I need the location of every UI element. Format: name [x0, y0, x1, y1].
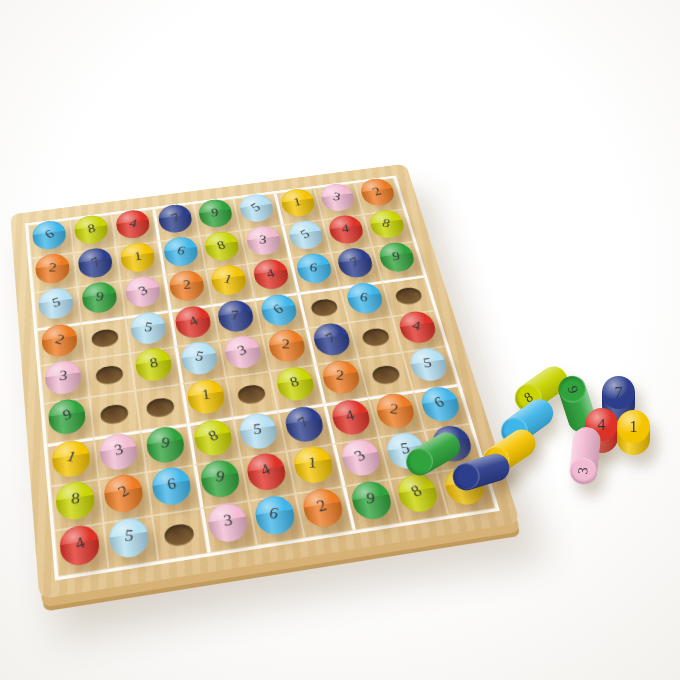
empty-hole[interactable] — [100, 403, 130, 426]
peg-number: 2 — [182, 278, 191, 291]
peg-number: 2 — [370, 185, 383, 198]
peg-number: 8 — [288, 375, 301, 390]
board-cell-r4c2[interactable] — [81, 316, 130, 359]
peg-8[interactable]: 8 — [192, 418, 234, 455]
peg-6[interactable]: 6 — [259, 293, 299, 325]
peg-2[interactable]: 2 — [358, 177, 396, 205]
loose-peg-1[interactable]: 1 — [617, 410, 650, 443]
board-cell-r6c3[interactable] — [135, 385, 187, 431]
peg-number: 4 — [265, 266, 277, 280]
empty-hole[interactable] — [370, 364, 401, 386]
peg-number: 7 — [347, 255, 361, 269]
peg-number: 2 — [336, 368, 345, 382]
peg-number: 8 — [86, 222, 96, 235]
peg-number: 2 — [390, 402, 400, 417]
peg-6[interactable]: 6 — [294, 252, 333, 283]
peg-7[interactable]: 7 — [216, 299, 255, 332]
peg-number: 3 — [236, 343, 249, 358]
peg-8[interactable]: 8 — [74, 214, 110, 244]
peg-number: 4 — [344, 408, 357, 424]
peg-1[interactable]: 1 — [51, 438, 91, 476]
peg-number: 5 — [249, 201, 263, 214]
board-cell-r5c2[interactable] — [85, 353, 135, 398]
peg-3[interactable]: 3 — [244, 225, 282, 255]
peg-number: 9 — [61, 407, 73, 423]
peg-7[interactable]: 7 — [77, 247, 113, 278]
peg-number: 2 — [315, 497, 329, 515]
peg-number: 3 — [352, 447, 369, 464]
board-cell-r2c9[interactable]: 8 — [363, 209, 413, 247]
board-cell-r3c4[interactable]: 2 — [163, 270, 212, 311]
empty-hole[interactable] — [145, 396, 175, 419]
board-cell-r9c1[interactable]: 4 — [54, 523, 108, 577]
peg-number: 4 — [73, 534, 87, 552]
peg-2[interactable]: 2 — [266, 328, 307, 362]
board-cell-r3c3[interactable]: 3 — [120, 275, 168, 316]
peg-number: 5 — [422, 356, 433, 370]
peg-3[interactable]: 3 — [222, 334, 262, 368]
peg-6[interactable]: 6 — [253, 493, 297, 533]
peg-5[interactable]: 5 — [129, 311, 167, 344]
peg-3[interactable]: 3 — [206, 500, 250, 541]
peg-1[interactable]: 1 — [209, 263, 247, 294]
board-cell-r4c4[interactable]: 4 — [168, 304, 218, 346]
peg-4[interactable]: 4 — [59, 523, 101, 564]
peg-number: 6 — [268, 504, 281, 521]
peg-number: 7 — [88, 255, 102, 269]
board-grid: 6847951322716835485932146792547663853274… — [25, 175, 500, 580]
board-cell-r5c9[interactable]: 4 — [392, 310, 446, 353]
peg-1[interactable]: 1 — [186, 377, 227, 413]
peg-number: 3 — [222, 512, 233, 529]
peg-number: 6 — [309, 261, 318, 274]
board-cell-r2c5[interactable]: 8 — [199, 231, 247, 270]
empty-hole[interactable] — [236, 383, 267, 405]
peg-number: 3 — [576, 467, 591, 475]
peg-4[interactable]: 4 — [329, 398, 372, 434]
empty-hole[interactable] — [91, 328, 120, 349]
peg-number: 4 — [340, 222, 350, 234]
peg-number: 9 — [211, 207, 219, 219]
peg-4[interactable]: 4 — [115, 209, 151, 238]
peg-5[interactable]: 5 — [38, 286, 75, 318]
peg-number: 9 — [565, 384, 580, 395]
peg-8[interactable]: 8 — [274, 365, 316, 400]
peg-2[interactable]: 2 — [300, 486, 345, 526]
board-cell-r9c4[interactable]: 3 — [200, 501, 256, 553]
peg-3[interactable]: 3 — [44, 359, 82, 394]
peg-3[interactable]: 3 — [338, 437, 382, 475]
peg-number: 5 — [253, 422, 262, 437]
peg-number: 9 — [366, 490, 375, 506]
peg-2[interactable]: 2 — [320, 358, 362, 393]
product-photo-stage: 6847951322716835485932146792547663853274… — [0, 0, 680, 680]
board-cell-r7c3[interactable]: 9 — [140, 424, 193, 472]
board-cell-r9c3[interactable] — [152, 509, 207, 562]
peg-number: 6 — [359, 290, 369, 304]
peg-9[interactable]: 9 — [48, 397, 87, 433]
peg-number: 6 — [432, 395, 447, 411]
peg-number: 8 — [408, 483, 425, 500]
peg-number: 8 — [148, 356, 158, 371]
board-cell-r5c5[interactable]: 3 — [218, 334, 270, 378]
peg-number: 4 — [411, 319, 422, 333]
peg-2[interactable]: 2 — [103, 472, 145, 511]
loose-peg-7[interactable]: 7 — [602, 376, 635, 409]
peg-9[interactable]: 9 — [197, 198, 234, 227]
peg-number: 8 — [216, 238, 228, 251]
board-cell-r6c9[interactable]: 5 — [402, 347, 457, 391]
peg-number: 9 — [214, 469, 226, 486]
peg-number: 9 — [160, 435, 171, 451]
empty-hole[interactable] — [163, 522, 195, 548]
peg-number: 7 — [169, 211, 182, 224]
peg-number: 4 — [598, 417, 606, 433]
peg-number: 4 — [128, 217, 138, 229]
peg-1[interactable]: 1 — [119, 241, 156, 272]
peg-5[interactable]: 5 — [179, 340, 219, 374]
peg-6[interactable]: 6 — [150, 465, 192, 504]
peg-1[interactable]: 1 — [279, 188, 317, 217]
peg-number: 3 — [259, 234, 267, 246]
board-cell-r3c9[interactable]: 9 — [372, 241, 423, 280]
board-cell-r4c9[interactable] — [382, 275, 435, 316]
board-cell-r8c3[interactable]: 6 — [146, 465, 200, 515]
peg-number: 1 — [64, 449, 78, 466]
peg-number: 5 — [298, 227, 312, 240]
peg-number: 7 — [295, 415, 312, 431]
peg-number: 3 — [332, 191, 342, 203]
board-cell-r4c1[interactable]: 2 — [37, 322, 85, 365]
peg-5[interactable]: 5 — [406, 346, 449, 380]
board-cell-r7c5[interactable]: 5 — [233, 411, 287, 459]
peg-number: 6 — [175, 244, 186, 257]
loose-peg-body: 3 — [568, 426, 602, 487]
loose-peg-body: 1 — [617, 410, 650, 443]
board-cell-r5c1[interactable]: 3 — [40, 359, 89, 404]
board-cell-r9c2[interactable]: 5 — [103, 516, 158, 569]
peg-9[interactable]: 9 — [81, 281, 118, 313]
peg-number: 5 — [193, 349, 204, 364]
peg-number: 1 — [308, 455, 317, 470]
peg-number: 2 — [115, 483, 131, 500]
board-cell-r7c4[interactable]: 8 — [187, 417, 241, 465]
board-cell-r6c2[interactable] — [89, 391, 140, 438]
peg-number: 4 — [186, 313, 200, 328]
peg-7[interactable]: 7 — [157, 203, 193, 232]
peg-2[interactable]: 2 — [373, 391, 417, 427]
board-cell-r3c2[interactable]: 9 — [77, 281, 125, 322]
peg-8[interactable]: 8 — [203, 230, 241, 260]
peg-number: 1 — [133, 250, 143, 263]
board-cell-r5c4[interactable]: 5 — [174, 340, 225, 384]
peg-number: 1 — [201, 388, 211, 403]
peg-number: 5 — [143, 320, 154, 334]
peg-4[interactable]: 4 — [245, 451, 288, 490]
board-cell-r6c5[interactable] — [225, 372, 278, 418]
peg-number: 2 — [282, 338, 290, 352]
board-cell-r5c3[interactable]: 8 — [130, 347, 181, 391]
peg-6[interactable]: 6 — [32, 219, 67, 249]
peg-number: 2 — [48, 261, 57, 273]
peg-number: 7 — [231, 308, 239, 321]
board-cell-r8c4[interactable]: 9 — [193, 458, 248, 508]
peg-5[interactable]: 5 — [286, 219, 324, 249]
board-cell-r8c1[interactable]: 8 — [50, 480, 103, 531]
board-cell-r8c2[interactable]: 2 — [98, 473, 151, 524]
peg-number: 7 — [615, 385, 623, 401]
empty-hole[interactable] — [95, 364, 124, 386]
peg-3[interactable]: 3 — [124, 275, 162, 307]
peg-3[interactable]: 3 — [318, 183, 356, 212]
peg-2[interactable]: 2 — [35, 252, 71, 283]
peg-6[interactable]: 6 — [162, 235, 199, 265]
peg-2[interactable]: 2 — [168, 269, 206, 301]
peg-5[interactable]: 5 — [108, 515, 151, 556]
peg-6[interactable]: 6 — [417, 385, 461, 421]
peg-9[interactable]: 9 — [348, 479, 393, 519]
peg-number: 6 — [166, 476, 178, 493]
peg-end-cap: 3 — [569, 457, 598, 486]
peg-number: 7 — [323, 331, 338, 346]
peg-7[interactable]: 7 — [311, 321, 352, 355]
peg-number: 9 — [391, 250, 401, 262]
board-cell-r6c1[interactable]: 9 — [43, 398, 93, 445]
peg-9[interactable]: 9 — [376, 241, 416, 272]
sudoku-board: 6847951322716835485932146792547663853274… — [10, 164, 520, 600]
peg-8[interactable]: 8 — [134, 346, 173, 380]
peg-number: 1 — [292, 196, 302, 208]
peg-number: 8 — [205, 428, 220, 445]
peg-number: 3 — [112, 442, 124, 459]
peg-number: 9 — [95, 290, 105, 303]
loose-peg-3[interactable]: 3 — [556, 442, 614, 470]
peg-7[interactable]: 7 — [335, 247, 375, 278]
peg-4[interactable]: 4 — [396, 310, 438, 343]
board-cell-r4c5[interactable]: 7 — [212, 298, 263, 340]
peg-number: 3 — [136, 283, 150, 297]
empty-hole[interactable] — [393, 286, 423, 306]
peg-8[interactable]: 8 — [367, 209, 406, 238]
peg-1[interactable]: 1 — [291, 444, 335, 482]
peg-number: 6 — [271, 302, 287, 316]
peg-6[interactable]: 6 — [344, 281, 385, 313]
peg-number: 1 — [222, 272, 234, 286]
board-cell-r4c3[interactable]: 5 — [125, 310, 174, 353]
peg-4[interactable]: 4 — [251, 258, 290, 289]
board-cell-r7c1[interactable]: 1 — [47, 438, 99, 487]
peg-3[interactable]: 3 — [98, 431, 139, 469]
peg-number: 5 — [50, 295, 61, 309]
peg-number: 8 — [381, 217, 391, 230]
peg-8[interactable]: 8 — [55, 479, 96, 519]
peg-number: 6 — [42, 228, 56, 241]
peg-number: 5 — [124, 527, 134, 544]
empty-hole[interactable] — [360, 327, 391, 348]
peg-number: 8 — [71, 491, 80, 507]
peg-8[interactable]: 8 — [394, 472, 440, 511]
peg-5[interactable]: 5 — [237, 411, 279, 448]
peg-number: 2 — [53, 332, 66, 347]
peg-5[interactable]: 5 — [238, 193, 275, 222]
peg-4[interactable]: 4 — [326, 214, 365, 244]
empty-hole[interactable] — [309, 298, 339, 318]
board-cell-r3c5[interactable]: 1 — [205, 264, 254, 304]
loose-peg-7[interactable] — [452, 458, 510, 486]
peg-9[interactable]: 9 — [199, 458, 242, 497]
peg-number: 1 — [630, 419, 638, 435]
board-cell-r6c4[interactable]: 1 — [180, 378, 232, 424]
peg-number: 3 — [59, 369, 68, 383]
peg-2[interactable]: 2 — [41, 323, 79, 357]
board-cell-r7c2[interactable]: 3 — [94, 431, 146, 480]
peg-7[interactable]: 7 — [283, 404, 326, 441]
peg-number: 4 — [259, 461, 273, 478]
board-cell-r3c1[interactable]: 5 — [34, 287, 81, 329]
loose-peg-body: 7 — [602, 376, 635, 409]
peg-9[interactable]: 9 — [145, 424, 186, 461]
board-cell-r7c9[interactable]: 6 — [413, 384, 470, 430]
peg-4[interactable]: 4 — [174, 304, 213, 337]
